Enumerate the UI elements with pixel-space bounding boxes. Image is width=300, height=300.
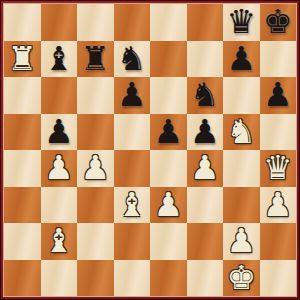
square-d4[interactable] — [114, 150, 151, 187]
white-pawn[interactable]: ♟ — [80, 150, 110, 187]
square-c1[interactable] — [77, 260, 114, 297]
square-h7[interactable] — [260, 41, 297, 78]
black-pawn[interactable]: ♟ — [226, 41, 256, 78]
square-e6[interactable] — [150, 77, 187, 114]
square-d6[interactable]: ♟ — [114, 77, 151, 114]
square-d7[interactable]: ♞ — [114, 41, 151, 78]
square-d2[interactable] — [114, 223, 151, 260]
square-g8[interactable]: ♛ — [223, 4, 260, 41]
black-rook[interactable]: ♜ — [80, 41, 110, 78]
square-g5[interactable]: ♞ — [223, 114, 260, 151]
square-e8[interactable] — [150, 4, 187, 41]
square-c8[interactable] — [77, 4, 114, 41]
square-b3[interactable] — [41, 187, 78, 224]
black-queen[interactable]: ♛ — [226, 4, 256, 41]
square-c4[interactable]: ♟ — [77, 150, 114, 187]
square-f4[interactable]: ♟ — [187, 150, 224, 187]
white-pawn[interactable]: ♟ — [263, 187, 293, 224]
chess-board: ♛♚♜♝♜♞♟♟♞♟♟♟♟♞♟♟♟♛♝♟♟♝♟♚ — [4, 4, 296, 296]
square-a8[interactable] — [4, 4, 41, 41]
square-a7[interactable]: ♜ — [4, 41, 41, 78]
square-b6[interactable] — [41, 77, 78, 114]
square-h6[interactable]: ♟ — [260, 77, 297, 114]
square-h3[interactable]: ♟ — [260, 187, 297, 224]
square-g6[interactable] — [223, 77, 260, 114]
square-g4[interactable] — [223, 150, 260, 187]
square-d3[interactable]: ♝ — [114, 187, 151, 224]
square-c3[interactable] — [77, 187, 114, 224]
square-h4[interactable]: ♛ — [260, 150, 297, 187]
white-pawn[interactable]: ♟ — [44, 150, 74, 187]
square-h2[interactable] — [260, 223, 297, 260]
square-f5[interactable]: ♟ — [187, 114, 224, 151]
square-g1[interactable]: ♚ — [223, 260, 260, 297]
square-g2[interactable]: ♟ — [223, 223, 260, 260]
square-e4[interactable] — [150, 150, 187, 187]
square-f7[interactable] — [187, 41, 224, 78]
square-b1[interactable] — [41, 260, 78, 297]
square-h5[interactable] — [260, 114, 297, 151]
square-a1[interactable] — [4, 260, 41, 297]
square-f6[interactable]: ♞ — [187, 77, 224, 114]
square-f2[interactable] — [187, 223, 224, 260]
black-pawn[interactable]: ♟ — [263, 77, 293, 114]
white-knight[interactable]: ♞ — [226, 114, 256, 151]
square-c6[interactable] — [77, 77, 114, 114]
square-d1[interactable] — [114, 260, 151, 297]
white-pawn[interactable]: ♟ — [153, 187, 183, 224]
square-b2[interactable]: ♝ — [41, 223, 78, 260]
square-f3[interactable] — [187, 187, 224, 224]
square-g7[interactable]: ♟ — [223, 41, 260, 78]
square-d5[interactable] — [114, 114, 151, 151]
square-e2[interactable] — [150, 223, 187, 260]
square-c2[interactable] — [77, 223, 114, 260]
black-knight[interactable]: ♞ — [117, 41, 147, 78]
square-a4[interactable] — [4, 150, 41, 187]
square-f1[interactable] — [187, 260, 224, 297]
square-b4[interactable]: ♟ — [41, 150, 78, 187]
square-e5[interactable]: ♟ — [150, 114, 187, 151]
black-pawn[interactable]: ♟ — [117, 77, 147, 114]
white-bishop[interactable]: ♝ — [117, 187, 147, 224]
square-e3[interactable]: ♟ — [150, 187, 187, 224]
white-pawn[interactable]: ♟ — [190, 150, 220, 187]
square-d8[interactable] — [114, 4, 151, 41]
chess-board-frame: ♛♚♜♝♜♞♟♟♞♟♟♟♟♞♟♟♟♛♝♟♟♝♟♚ — [0, 0, 300, 300]
square-e7[interactable] — [150, 41, 187, 78]
white-pawn[interactable]: ♟ — [226, 223, 256, 260]
square-a5[interactable] — [4, 114, 41, 151]
white-bishop[interactable]: ♝ — [44, 223, 74, 260]
square-g3[interactable] — [223, 187, 260, 224]
square-a6[interactable] — [4, 77, 41, 114]
black-pawn[interactable]: ♟ — [153, 114, 183, 151]
square-e1[interactable] — [150, 260, 187, 297]
square-b7[interactable]: ♝ — [41, 41, 78, 78]
black-knight[interactable]: ♞ — [190, 77, 220, 114]
square-f8[interactable] — [187, 4, 224, 41]
black-king[interactable]: ♚ — [263, 4, 293, 41]
square-h1[interactable] — [260, 260, 297, 297]
black-pawn[interactable]: ♟ — [190, 114, 220, 151]
black-pawn[interactable]: ♟ — [44, 114, 74, 151]
black-bishop[interactable]: ♝ — [44, 41, 74, 78]
white-queen[interactable]: ♛ — [263, 150, 293, 187]
square-b8[interactable] — [41, 4, 78, 41]
square-a2[interactable] — [4, 223, 41, 260]
square-h8[interactable]: ♚ — [260, 4, 297, 41]
white-king[interactable]: ♚ — [226, 260, 256, 297]
square-a3[interactable] — [4, 187, 41, 224]
white-rook[interactable]: ♜ — [7, 41, 37, 78]
square-c5[interactable] — [77, 114, 114, 151]
square-b5[interactable]: ♟ — [41, 114, 78, 151]
square-c7[interactable]: ♜ — [77, 41, 114, 78]
